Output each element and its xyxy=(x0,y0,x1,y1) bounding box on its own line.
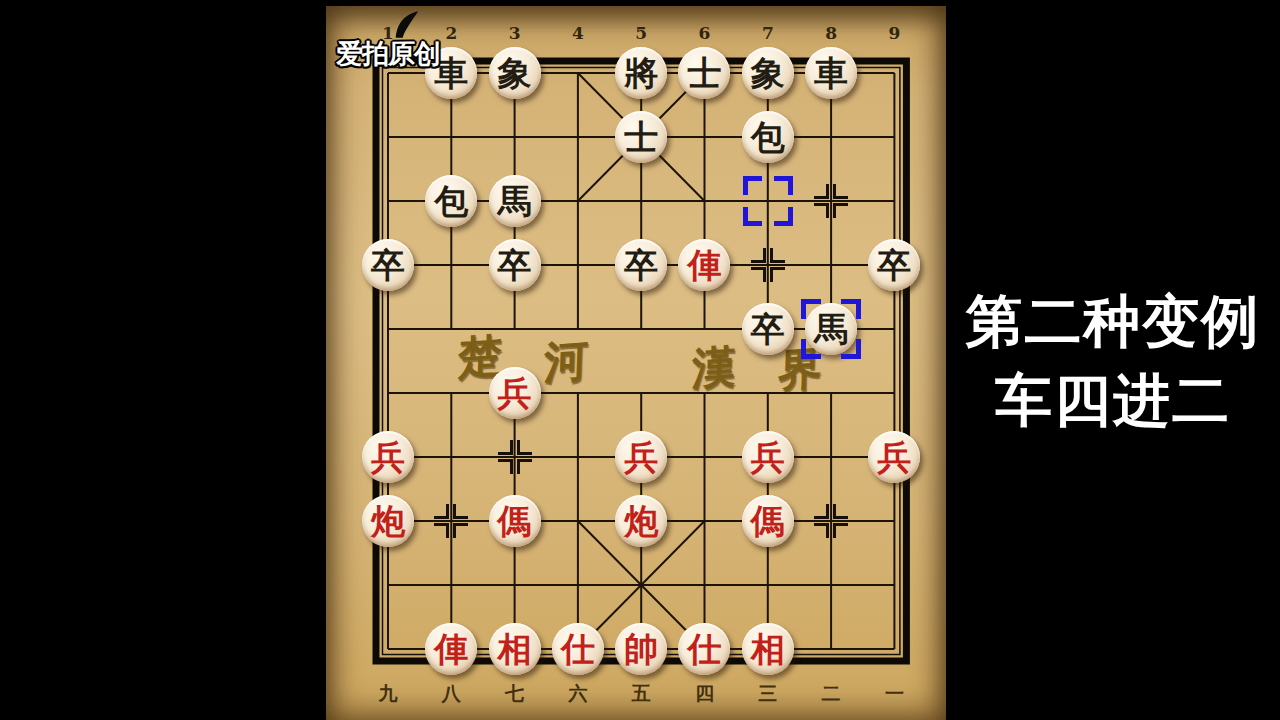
piece-black-包[interactable]: 包 xyxy=(742,111,794,163)
piece-red-兵[interactable]: 兵 xyxy=(742,431,794,483)
watermark-logo: 爱拍原创 xyxy=(334,22,454,82)
piece-black-卒[interactable]: 卒 xyxy=(868,239,920,291)
board-point-marker xyxy=(498,440,532,474)
file-number-bottom: 七 xyxy=(505,681,524,707)
watermark-text: 爱拍原创 xyxy=(336,36,440,72)
piece-red-帥[interactable]: 帥 xyxy=(615,623,667,675)
caption-line2: 车四进二 xyxy=(946,361,1280,440)
piece-red-兵[interactable]: 兵 xyxy=(489,367,541,419)
board-point-marker xyxy=(814,184,848,218)
xiangqi-board[interactable]: 123456789 九八七六五四三二一 楚 河 漢 界 車象將士象車士包包馬卒卒… xyxy=(326,6,946,720)
board-point-grid[interactable]: 車象將士象車士包包馬卒卒卒俥卒卒馬兵兵兵兵兵炮傌炮傌俥相仕帥仕相 xyxy=(356,41,926,681)
piece-black-馬[interactable]: 馬 xyxy=(489,175,541,227)
piece-red-俥[interactable]: 俥 xyxy=(425,623,477,675)
board-point-marker xyxy=(814,504,848,538)
file-number-bottom: 四 xyxy=(695,681,714,707)
file-number-bottom: 六 xyxy=(568,681,587,707)
piece-red-相[interactable]: 相 xyxy=(742,623,794,675)
piece-black-卒[interactable]: 卒 xyxy=(742,303,794,355)
piece-red-俥[interactable]: 俥 xyxy=(678,239,730,291)
variation-caption: 第二种变例 车四进二 xyxy=(946,282,1280,440)
file-number-bottom: 九 xyxy=(379,681,398,707)
piece-black-象[interactable]: 象 xyxy=(489,47,541,99)
board-point-marker xyxy=(751,248,785,282)
piece-red-傌[interactable]: 傌 xyxy=(742,495,794,547)
piece-red-仕[interactable]: 仕 xyxy=(678,623,730,675)
piece-black-象[interactable]: 象 xyxy=(742,47,794,99)
piece-red-相[interactable]: 相 xyxy=(489,623,541,675)
file-number-bottom: 八 xyxy=(442,681,461,707)
piece-black-士[interactable]: 士 xyxy=(615,111,667,163)
piece-red-兵[interactable]: 兵 xyxy=(362,431,414,483)
board-point-marker xyxy=(434,504,468,538)
piece-black-馬[interactable]: 馬 xyxy=(805,303,857,355)
file-number-bottom: 五 xyxy=(632,681,651,707)
file-number-bottom: 二 xyxy=(822,681,841,707)
piece-black-卒[interactable]: 卒 xyxy=(615,239,667,291)
file-number-top: 7 xyxy=(762,23,774,43)
file-number-top: 5 xyxy=(635,23,647,43)
file-number-top: 3 xyxy=(509,23,521,43)
file-number-top: 9 xyxy=(888,23,900,43)
piece-red-炮[interactable]: 炮 xyxy=(615,495,667,547)
file-number-top: 4 xyxy=(572,23,584,43)
piece-black-卒[interactable]: 卒 xyxy=(489,239,541,291)
file-number-bottom: 三 xyxy=(758,681,777,707)
piece-red-兵[interactable]: 兵 xyxy=(868,431,920,483)
caption-line1: 第二种变例 xyxy=(946,282,1280,361)
move-origin-highlight xyxy=(743,176,793,226)
selected-piece-highlight xyxy=(801,299,861,359)
piece-black-包[interactable]: 包 xyxy=(425,175,477,227)
piece-red-仕[interactable]: 仕 xyxy=(552,623,604,675)
piece-red-傌[interactable]: 傌 xyxy=(489,495,541,547)
piece-black-車[interactable]: 車 xyxy=(805,47,857,99)
piece-black-士[interactable]: 士 xyxy=(678,47,730,99)
file-number-bottom: 一 xyxy=(885,681,904,707)
video-frame: 123456789 九八七六五四三二一 楚 河 漢 界 車象將士象車士包包馬卒卒… xyxy=(0,0,1280,720)
file-number-top: 8 xyxy=(825,23,837,43)
piece-red-兵[interactable]: 兵 xyxy=(615,431,667,483)
piece-red-炮[interactable]: 炮 xyxy=(362,495,414,547)
piece-black-卒[interactable]: 卒 xyxy=(362,239,414,291)
file-number-top: 6 xyxy=(699,23,711,43)
piece-black-將[interactable]: 將 xyxy=(615,47,667,99)
